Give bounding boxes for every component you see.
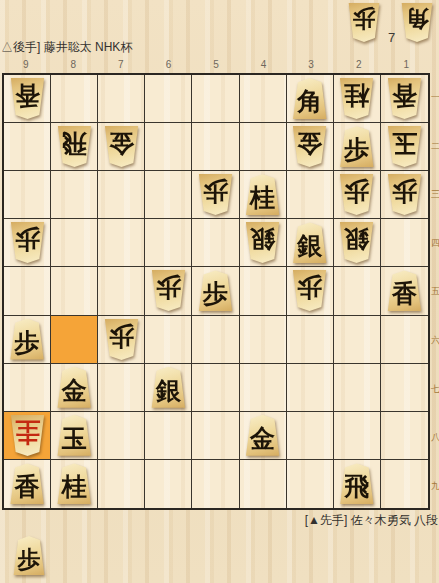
square-18[interactable] bbox=[381, 412, 428, 460]
gote-歩-piece[interactable]: 歩 bbox=[103, 319, 140, 360]
piece-kanji: 圭 bbox=[15, 420, 40, 445]
square-59[interactable] bbox=[192, 460, 239, 508]
piece-body: 玉 bbox=[56, 415, 93, 456]
piece-body: 歩 bbox=[338, 174, 375, 215]
rank-label-9: 九 bbox=[431, 480, 439, 492]
gote-player-label: △後手] 藤井聡太 NHK杯 bbox=[1, 39, 132, 56]
piece-body: 歩 bbox=[103, 319, 140, 360]
gote-歩-piece[interactable]: 歩 bbox=[9, 222, 46, 263]
piece-kanji: 玉 bbox=[392, 131, 417, 156]
square-88[interactable]: 玉 bbox=[51, 412, 98, 460]
shogi-app: { "game": "shogi", "header": { "gote_lab… bbox=[0, 0, 439, 583]
square-25[interactable] bbox=[334, 267, 381, 315]
piece-body: 桂 bbox=[244, 174, 281, 215]
sente-歩-piece[interactable]: 歩 bbox=[197, 270, 234, 311]
file-label-1: 1 bbox=[396, 59, 416, 70]
square-63[interactable] bbox=[145, 171, 192, 219]
piece-kanji: 歩 bbox=[353, 8, 376, 31]
square-76[interactable]: 歩 bbox=[98, 316, 145, 364]
piece-kanji: 香 bbox=[15, 474, 40, 499]
piece-kanji: 歩 bbox=[18, 547, 41, 570]
file-label-3: 3 bbox=[301, 59, 321, 70]
piece-kanji: 銀 bbox=[250, 227, 275, 252]
square-95[interactable] bbox=[4, 267, 51, 315]
piece-body: 香 bbox=[386, 270, 423, 311]
piece-kanji: 金 bbox=[62, 378, 87, 403]
piece-kanji: 銀 bbox=[344, 227, 369, 252]
gote-金-piece[interactable]: 金 bbox=[103, 126, 140, 167]
file-label-5: 5 bbox=[206, 59, 226, 70]
piece-body: 歩 bbox=[338, 126, 375, 167]
rank-coordinate-labels: 一二三四五六七八九 bbox=[431, 73, 439, 510]
square-52[interactable] bbox=[192, 123, 239, 171]
square-48[interactable]: 金 bbox=[240, 412, 287, 460]
piece-body: 角 bbox=[291, 78, 328, 119]
piece-kanji: 桂 bbox=[344, 83, 369, 108]
square-87[interactable]: 金 bbox=[51, 364, 98, 412]
piece-body: 金 bbox=[103, 126, 140, 167]
square-84[interactable] bbox=[51, 219, 98, 267]
square-15[interactable]: 香 bbox=[381, 267, 428, 315]
square-92[interactable] bbox=[4, 123, 51, 171]
sente-香-piece[interactable]: 香 bbox=[9, 463, 46, 504]
square-77[interactable] bbox=[98, 364, 145, 412]
sente-飛-piece[interactable]: 飛 bbox=[338, 463, 375, 504]
square-97[interactable] bbox=[4, 364, 51, 412]
file-label-9: 9 bbox=[16, 59, 36, 70]
rank-label-3: 三 bbox=[431, 188, 439, 200]
piece-kanji: 香 bbox=[15, 83, 40, 108]
piece-body: 金 bbox=[291, 126, 328, 167]
gote-銀-piece[interactable]: 銀 bbox=[244, 222, 281, 263]
sente-player-label: [▲先手] 佐々木勇気 八段 bbox=[305, 512, 438, 529]
sente-桂-piece[interactable]: 桂 bbox=[244, 174, 281, 215]
square-99[interactable]: 香 bbox=[4, 460, 51, 508]
gote-歩-piece[interactable]: 歩 bbox=[386, 174, 423, 215]
piece-body: 歩 bbox=[197, 270, 234, 311]
square-57[interactable] bbox=[192, 364, 239, 412]
gote-香-piece[interactable]: 香 bbox=[9, 78, 46, 119]
piece-body: 香 bbox=[9, 78, 46, 119]
gote-桂-piece[interactable]: 桂 bbox=[338, 78, 375, 119]
sente-金-piece[interactable]: 金 bbox=[244, 415, 281, 456]
piece-kanji: 香 bbox=[392, 281, 417, 306]
square-41[interactable] bbox=[240, 75, 287, 123]
rank-label-1: 一 bbox=[431, 91, 439, 103]
square-86[interactable] bbox=[51, 316, 98, 364]
square-38[interactable] bbox=[287, 412, 334, 460]
square-66[interactable] bbox=[145, 316, 192, 364]
piece-kanji: 歩 bbox=[392, 179, 417, 204]
gote-hand-歩-count: 7 bbox=[388, 30, 395, 45]
rank-label-5: 五 bbox=[431, 285, 439, 297]
gote-玉-piece[interactable]: 玉 bbox=[386, 126, 423, 167]
gote-飛-piece[interactable]: 飛 bbox=[56, 126, 93, 167]
gote-歩-piece[interactable]: 歩 bbox=[338, 174, 375, 215]
rank-label-7: 七 bbox=[431, 383, 439, 395]
sente-銀-piece[interactable]: 銀 bbox=[150, 367, 187, 408]
piece-body: 玉 bbox=[386, 126, 423, 167]
sente-玉-piece[interactable]: 玉 bbox=[56, 415, 93, 456]
square-24[interactable]: 銀 bbox=[334, 219, 381, 267]
square-96[interactable]: 歩 bbox=[4, 316, 51, 364]
square-98[interactable]: 圭 bbox=[4, 412, 51, 460]
piece-kanji: 歩 bbox=[15, 330, 40, 355]
piece-kanji: 歩 bbox=[344, 137, 369, 162]
square-27[interactable] bbox=[334, 364, 381, 412]
square-58[interactable] bbox=[192, 412, 239, 460]
piece-body: 金 bbox=[56, 367, 93, 408]
gote-金-piece[interactable]: 金 bbox=[291, 126, 328, 167]
square-64[interactable] bbox=[145, 219, 192, 267]
piece-body: 飛 bbox=[338, 463, 375, 504]
square-56[interactable] bbox=[192, 316, 239, 364]
file-label-7: 7 bbox=[111, 59, 131, 70]
gote-香-piece[interactable]: 香 bbox=[386, 78, 423, 119]
square-53[interactable]: 歩 bbox=[192, 171, 239, 219]
square-21[interactable]: 桂 bbox=[334, 75, 381, 123]
piece-kanji: 歩 bbox=[109, 324, 134, 349]
square-94[interactable]: 歩 bbox=[4, 219, 51, 267]
sente-桂-piece[interactable]: 桂 bbox=[56, 463, 93, 504]
square-17[interactable] bbox=[381, 364, 428, 412]
sente-金-piece[interactable]: 金 bbox=[56, 367, 93, 408]
file-label-8: 8 bbox=[63, 59, 83, 70]
square-82[interactable]: 飛 bbox=[51, 123, 98, 171]
piece-kanji: 歩 bbox=[297, 275, 322, 300]
piece-body: 歩 bbox=[9, 222, 46, 263]
square-81[interactable] bbox=[51, 75, 98, 123]
piece-kanji: 玉 bbox=[62, 426, 87, 451]
square-74[interactable] bbox=[98, 219, 145, 267]
sente-香-piece[interactable]: 香 bbox=[386, 270, 423, 311]
square-36[interactable] bbox=[287, 316, 334, 364]
rank-label-6: 六 bbox=[431, 334, 439, 346]
piece-kanji: 金 bbox=[250, 426, 275, 451]
piece-body: 角 bbox=[400, 3, 434, 42]
square-11[interactable]: 香 bbox=[381, 75, 428, 123]
gote-歩-piece[interactable]: 歩 bbox=[291, 270, 328, 311]
piece-kanji: 飛 bbox=[344, 474, 369, 499]
square-23[interactable]: 歩 bbox=[334, 171, 381, 219]
piece-body: 圭 bbox=[9, 415, 46, 456]
file-label-2: 2 bbox=[349, 59, 369, 70]
sente-歩-piece[interactable]: 歩 bbox=[9, 319, 46, 360]
square-91[interactable]: 香 bbox=[4, 75, 51, 123]
piece-kanji: 金 bbox=[109, 131, 134, 156]
sente-歩-piece[interactable]: 歩 bbox=[338, 126, 375, 167]
square-46[interactable] bbox=[240, 316, 287, 364]
piece-body: 銀 bbox=[291, 222, 328, 263]
sente-captured-tray: 歩 bbox=[12, 536, 46, 575]
square-12[interactable]: 玉 bbox=[381, 123, 428, 171]
piece-body: 歩 bbox=[347, 3, 381, 42]
square-73[interactable] bbox=[98, 171, 145, 219]
square-43[interactable]: 桂 bbox=[240, 171, 287, 219]
square-34[interactable]: 銀 bbox=[287, 219, 334, 267]
piece-body: 歩 bbox=[9, 319, 46, 360]
square-19[interactable] bbox=[381, 460, 428, 508]
square-89[interactable]: 桂 bbox=[51, 460, 98, 508]
square-47[interactable] bbox=[240, 364, 287, 412]
piece-kanji: 香 bbox=[392, 83, 417, 108]
square-65[interactable]: 歩 bbox=[145, 267, 192, 315]
gote-歩-piece[interactable]: 歩 bbox=[347, 3, 381, 42]
sente-角-piece[interactable]: 角 bbox=[291, 78, 328, 119]
square-37[interactable] bbox=[287, 364, 334, 412]
square-93[interactable] bbox=[4, 171, 51, 219]
gote-成桂-piece[interactable]: 圭 bbox=[9, 415, 46, 456]
gote-銀-piece[interactable]: 銀 bbox=[338, 222, 375, 263]
file-coordinate-labels: 987654321 bbox=[2, 59, 430, 72]
piece-kanji: 歩 bbox=[156, 275, 181, 300]
square-39[interactable] bbox=[287, 460, 334, 508]
piece-kanji: 桂 bbox=[250, 185, 275, 210]
piece-body: 銀 bbox=[338, 222, 375, 263]
piece-body: 飛 bbox=[56, 126, 93, 167]
gote-歩-piece[interactable]: 歩 bbox=[150, 270, 187, 311]
piece-body: 桂 bbox=[56, 463, 93, 504]
square-32[interactable]: 金 bbox=[287, 123, 334, 171]
piece-kanji: 銀 bbox=[156, 378, 181, 403]
square-13[interactable]: 歩 bbox=[381, 171, 428, 219]
piece-body: 銀 bbox=[244, 222, 281, 263]
square-49[interactable] bbox=[240, 460, 287, 508]
square-22[interactable]: 歩 bbox=[334, 123, 381, 171]
square-28[interactable] bbox=[334, 412, 381, 460]
square-71[interactable] bbox=[98, 75, 145, 123]
piece-body: 歩 bbox=[12, 536, 46, 575]
gote-歩-piece[interactable]: 歩 bbox=[197, 174, 234, 215]
square-69[interactable] bbox=[145, 460, 192, 508]
piece-kanji: 銀 bbox=[297, 233, 322, 258]
square-75[interactable] bbox=[98, 267, 145, 315]
file-label-4: 4 bbox=[254, 59, 274, 70]
gote-captured-tray: 歩7角 bbox=[347, 3, 434, 42]
square-33[interactable] bbox=[287, 171, 334, 219]
piece-kanji: 金 bbox=[297, 131, 322, 156]
square-14[interactable] bbox=[381, 219, 428, 267]
square-55[interactable]: 歩 bbox=[192, 267, 239, 315]
square-44[interactable]: 銀 bbox=[240, 219, 287, 267]
piece-body: 歩 bbox=[386, 174, 423, 215]
piece-body: 金 bbox=[244, 415, 281, 456]
piece-kanji: 桂 bbox=[62, 474, 87, 499]
rank-label-2: 二 bbox=[431, 140, 439, 152]
file-label-6: 6 bbox=[158, 59, 178, 70]
rank-label-8: 八 bbox=[431, 431, 439, 443]
piece-body: 香 bbox=[9, 463, 46, 504]
square-42[interactable] bbox=[240, 123, 287, 171]
square-62[interactable] bbox=[145, 123, 192, 171]
sente-銀-piece[interactable]: 銀 bbox=[291, 222, 328, 263]
square-72[interactable]: 金 bbox=[98, 123, 145, 171]
square-78[interactable] bbox=[98, 412, 145, 460]
square-68[interactable] bbox=[145, 412, 192, 460]
square-35[interactable]: 歩 bbox=[287, 267, 334, 315]
piece-kanji: 歩 bbox=[15, 227, 40, 252]
square-45[interactable] bbox=[240, 267, 287, 315]
square-83[interactable] bbox=[51, 171, 98, 219]
piece-body: 歩 bbox=[197, 174, 234, 215]
shogi-board: 香角桂香飛金金歩玉歩桂歩歩歩銀銀銀歩歩歩香歩歩金銀圭玉金香桂飛 bbox=[2, 73, 430, 510]
piece-kanji: 歩 bbox=[344, 179, 369, 204]
square-67[interactable]: 銀 bbox=[145, 364, 192, 412]
piece-body: 歩 bbox=[291, 270, 328, 311]
piece-kanji: 飛 bbox=[62, 131, 87, 156]
square-26[interactable] bbox=[334, 316, 381, 364]
gote-角-piece[interactable]: 角 bbox=[400, 3, 434, 42]
square-51[interactable] bbox=[192, 75, 239, 123]
square-31[interactable]: 角 bbox=[287, 75, 334, 123]
piece-body: 歩 bbox=[150, 270, 187, 311]
square-85[interactable] bbox=[51, 267, 98, 315]
piece-body: 銀 bbox=[150, 367, 187, 408]
rank-label-4: 四 bbox=[431, 237, 439, 249]
piece-kanji: 歩 bbox=[203, 281, 228, 306]
piece-body: 桂 bbox=[338, 78, 375, 119]
square-29[interactable]: 飛 bbox=[334, 460, 381, 508]
square-61[interactable] bbox=[145, 75, 192, 123]
piece-body: 香 bbox=[386, 78, 423, 119]
sente-歩-piece[interactable]: 歩 bbox=[12, 536, 46, 575]
piece-kanji: 角 bbox=[297, 89, 322, 114]
square-54[interactable] bbox=[192, 219, 239, 267]
piece-kanji: 角 bbox=[406, 8, 429, 31]
square-79[interactable] bbox=[98, 460, 145, 508]
square-16[interactable] bbox=[381, 316, 428, 364]
piece-kanji: 歩 bbox=[203, 179, 228, 204]
